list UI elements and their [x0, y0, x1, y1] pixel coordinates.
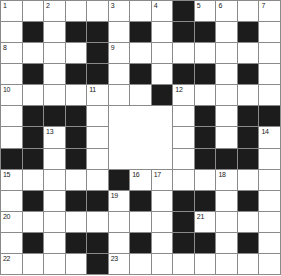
- cell-r6-c8[interactable]: [173, 127, 194, 147]
- cell-r4-c6[interactable]: [130, 85, 151, 105]
- cell-r3-c7[interactable]: [152, 64, 173, 84]
- cell-r8-c12[interactable]: [259, 170, 280, 190]
- cell-r1-c4: [87, 22, 108, 42]
- cell-r0-c12[interactable]: 7: [259, 1, 280, 21]
- clue-number: 9: [111, 43, 115, 52]
- cell-r11-c12[interactable]: [259, 233, 280, 253]
- cell-r11-c1: [23, 233, 44, 253]
- cell-r0-c2[interactable]: 2: [44, 1, 65, 21]
- clue-number: 21: [197, 212, 204, 221]
- cell-r1-c0[interactable]: [1, 22, 22, 42]
- cell-r2-c5[interactable]: 9: [109, 43, 130, 63]
- cell-r1-c11: [238, 22, 259, 42]
- cell-r6-c2[interactable]: 13: [44, 127, 65, 147]
- cell-r6-c10[interactable]: [216, 127, 237, 147]
- clue-number: 11: [89, 85, 96, 94]
- clue-number: 15: [3, 170, 10, 179]
- cell-r2-c1[interactable]: [23, 43, 44, 63]
- cell-r12-c10[interactable]: [216, 254, 237, 274]
- cell-r12-c6[interactable]: [130, 254, 151, 274]
- cell-r8-c4[interactable]: [87, 170, 108, 190]
- clue-number: 20: [3, 212, 10, 221]
- cell-r3-c5[interactable]: [109, 64, 130, 84]
- cell-r5-c12: [259, 106, 280, 126]
- cell-r8-c7[interactable]: 17: [152, 170, 173, 190]
- cell-r0-c1[interactable]: [23, 1, 44, 21]
- cell-r8-c1[interactable]: [23, 170, 44, 190]
- cell-r8-c8[interactable]: [173, 170, 194, 190]
- cell-r3-c0[interactable]: [1, 64, 22, 84]
- cell-r8-c10[interactable]: 18: [216, 170, 237, 190]
- cell-r4-c8[interactable]: 12: [173, 85, 194, 105]
- cell-r4-c1[interactable]: [23, 85, 44, 105]
- cell-r7-c4[interactable]: [87, 149, 108, 169]
- clue-number: 1: [3, 1, 7, 10]
- cell-r9-c1: [23, 191, 44, 211]
- cell-r4-c2[interactable]: [44, 85, 65, 105]
- clue-number: 2: [46, 1, 50, 10]
- cell-r5-c0[interactable]: [1, 106, 22, 126]
- cell-r9-c5[interactable]: 19: [109, 191, 130, 211]
- cell-r3-c12[interactable]: [259, 64, 280, 84]
- clue-number: 12: [175, 85, 182, 94]
- cell-r1-c5[interactable]: [109, 22, 130, 42]
- cell-r9-c6: [130, 191, 151, 211]
- center-blank-area: [109, 106, 173, 168]
- cell-r4-c11[interactable]: [238, 85, 259, 105]
- cell-r2-c8[interactable]: [173, 43, 194, 63]
- cell-r11-c3: [66, 233, 87, 253]
- cell-r8-c6[interactable]: 16: [130, 170, 151, 190]
- clue-number: 7: [261, 1, 265, 10]
- cell-r3-c6: [130, 64, 151, 84]
- cell-r0-c9[interactable]: 5: [195, 1, 216, 21]
- cell-r9-c0[interactable]: [1, 191, 22, 211]
- cell-r12-c0[interactable]: 22: [1, 254, 22, 274]
- cell-r12-c5[interactable]: 23: [109, 254, 130, 274]
- cell-r1-c6: [130, 22, 151, 42]
- cell-r2-c4: [87, 43, 108, 63]
- cell-r3-c8: [173, 64, 194, 84]
- cell-r1-c3: [66, 22, 87, 42]
- cell-r2-c9[interactable]: [195, 43, 216, 63]
- cell-r9-c10[interactable]: [216, 191, 237, 211]
- cell-r10-c4[interactable]: [87, 212, 108, 232]
- cell-r10-c6[interactable]: [130, 212, 151, 232]
- cell-r0-c11[interactable]: [238, 1, 259, 21]
- cell-r2-c2[interactable]: [44, 43, 65, 63]
- cell-r12-c1[interactable]: [23, 254, 44, 274]
- cell-r10-c1[interactable]: [23, 212, 44, 232]
- cell-r1-c2[interactable]: [44, 22, 65, 42]
- cell-r10-c3[interactable]: [66, 212, 87, 232]
- clue-number: 22: [3, 254, 10, 263]
- clue-number: 13: [46, 127, 53, 136]
- cell-r0-c6[interactable]: [130, 1, 151, 21]
- cell-r6-c4[interactable]: [87, 127, 108, 147]
- cell-r12-c4: [87, 254, 108, 274]
- cell-r0-c8: [173, 1, 194, 21]
- cell-r7-c11: [238, 149, 259, 169]
- cell-r9-c11: [238, 191, 259, 211]
- cell-r5-c3: [66, 106, 87, 126]
- cell-r5-c11: [238, 106, 259, 126]
- cell-r11-c9: [195, 233, 216, 253]
- cell-r5-c1: [23, 106, 44, 126]
- clue-number: 5: [197, 1, 201, 10]
- cell-r8-c5: [109, 170, 130, 190]
- cell-r10-c8: [173, 212, 194, 232]
- cell-r5-c2: [44, 106, 65, 126]
- cell-r5-c10[interactable]: [216, 106, 237, 126]
- cell-r10-c12[interactable]: [259, 212, 280, 232]
- cell-r0-c7[interactable]: 4: [152, 1, 173, 21]
- cell-r0-c0[interactable]: 1: [1, 1, 22, 21]
- cell-r12-c2[interactable]: [44, 254, 65, 274]
- cell-r0-c5[interactable]: 3: [109, 1, 130, 21]
- cell-r7-c8[interactable]: [173, 149, 194, 169]
- cell-r2-c6[interactable]: [130, 43, 151, 63]
- cell-r0-c10[interactable]: 6: [216, 1, 237, 21]
- cell-r11-c8: [173, 233, 194, 253]
- cell-r6-c12[interactable]: 14: [259, 127, 280, 147]
- cell-r10-c7[interactable]: [152, 212, 173, 232]
- cell-r8-c2[interactable]: [44, 170, 65, 190]
- cell-r0-c3[interactable]: [66, 1, 87, 21]
- cell-r8-c0[interactable]: 15: [1, 170, 22, 190]
- cell-r12-c9[interactable]: [195, 254, 216, 274]
- cell-r3-c4: [87, 64, 108, 84]
- cell-r4-c9[interactable]: [195, 85, 216, 105]
- cell-r7-c10: [216, 149, 237, 169]
- cell-r5-c4[interactable]: [87, 106, 108, 126]
- cell-r9-c12[interactable]: [259, 191, 280, 211]
- cell-r2-c10[interactable]: [216, 43, 237, 63]
- cell-r12-c12[interactable]: [259, 254, 280, 274]
- cell-r11-c2[interactable]: [44, 233, 65, 253]
- cell-r12-c7[interactable]: [152, 254, 173, 274]
- cell-r3-c2[interactable]: [44, 64, 65, 84]
- cell-r1-c12[interactable]: [259, 22, 280, 42]
- cell-r10-c0[interactable]: 20: [1, 212, 22, 232]
- clue-number: 17: [154, 170, 161, 179]
- cell-r3-c1: [23, 64, 44, 84]
- cell-r10-c5[interactable]: [109, 212, 130, 232]
- cell-r1-c1: [23, 22, 44, 42]
- cell-r6-c9: [195, 127, 216, 147]
- cell-r1-c10[interactable]: [216, 22, 237, 42]
- clue-number: 6: [218, 1, 222, 10]
- cell-r7-c1: [23, 149, 44, 169]
- cell-r6-c11: [238, 127, 259, 147]
- cell-r3-c3: [66, 64, 87, 84]
- cell-r9-c8: [173, 191, 194, 211]
- cell-r9-c2[interactable]: [44, 191, 65, 211]
- cell-r1-c7[interactable]: [152, 22, 173, 42]
- cell-r10-c2[interactable]: [44, 212, 65, 232]
- cell-r4-c4[interactable]: 11: [87, 85, 108, 105]
- clue-number: 3: [111, 1, 115, 10]
- clue-number: 16: [132, 170, 139, 179]
- cell-r2-c7[interactable]: [152, 43, 173, 63]
- cell-r9-c9: [195, 191, 216, 211]
- cell-r3-c9: [195, 64, 216, 84]
- cell-r2-c11[interactable]: [238, 43, 259, 63]
- cell-r3-c10[interactable]: [216, 64, 237, 84]
- cell-r1-c9: [195, 22, 216, 42]
- clue-number: 23: [111, 254, 118, 263]
- cell-r11-c11: [238, 233, 259, 253]
- cell-r7-c0: [1, 149, 22, 169]
- cell-r2-c12[interactable]: [259, 43, 280, 63]
- clue-number: 4: [154, 1, 158, 10]
- cell-r12-c8[interactable]: [173, 254, 194, 274]
- cell-r0-c4[interactable]: [87, 1, 108, 21]
- cell-r11-c5[interactable]: [109, 233, 130, 253]
- cell-r10-c9[interactable]: 21: [195, 212, 216, 232]
- cell-r1-c8: [173, 22, 194, 42]
- cell-r11-c0[interactable]: [1, 233, 22, 253]
- cell-r3-c11: [238, 64, 259, 84]
- cell-r4-c10[interactable]: [216, 85, 237, 105]
- cell-r2-c3[interactable]: [66, 43, 87, 63]
- cell-r4-c3[interactable]: [66, 85, 87, 105]
- cell-r2-c0[interactable]: 8: [1, 43, 22, 63]
- cell-r9-c4: [87, 191, 108, 211]
- cell-r4-c0[interactable]: 10: [1, 85, 22, 105]
- cell-r12-c3[interactable]: [66, 254, 87, 274]
- cell-r4-c7: [152, 85, 173, 105]
- cell-r7-c2[interactable]: [44, 149, 65, 169]
- crossword-page: 1234567891011121314151617181920212223: [0, 0, 281, 276]
- cell-r6-c1: [23, 127, 44, 147]
- cell-r9-c7[interactable]: [152, 191, 173, 211]
- cell-r9-c3: [66, 191, 87, 211]
- cell-r11-c10[interactable]: [216, 233, 237, 253]
- cell-r4-c5[interactable]: [109, 85, 130, 105]
- clue-number: 19: [111, 191, 118, 200]
- crossword-board: 1234567891011121314151617181920212223: [0, 0, 281, 275]
- clue-number: 8: [3, 43, 7, 52]
- cell-r5-c9: [195, 106, 216, 126]
- clue-number: 18: [218, 170, 225, 179]
- cell-r7-c3: [66, 149, 87, 169]
- cell-r8-c9[interactable]: [195, 170, 216, 190]
- cell-r11-c6: [130, 233, 151, 253]
- clue-number: 10: [3, 85, 10, 94]
- cell-r10-c11[interactable]: [238, 212, 259, 232]
- cell-r4-c12[interactable]: [259, 85, 280, 105]
- cell-r7-c9: [195, 149, 216, 169]
- cell-r11-c4: [87, 233, 108, 253]
- cell-r11-c7[interactable]: [152, 233, 173, 253]
- cell-r8-c11[interactable]: [238, 170, 259, 190]
- cell-r10-c10[interactable]: [216, 212, 237, 232]
- cell-r12-c11[interactable]: [238, 254, 259, 274]
- cell-r5-c8[interactable]: [173, 106, 194, 126]
- cell-r6-c0[interactable]: [1, 127, 22, 147]
- clue-number: 14: [261, 127, 268, 136]
- cell-r7-c12[interactable]: [259, 149, 280, 169]
- cell-r8-c3[interactable]: [66, 170, 87, 190]
- cell-r6-c3: [66, 127, 87, 147]
